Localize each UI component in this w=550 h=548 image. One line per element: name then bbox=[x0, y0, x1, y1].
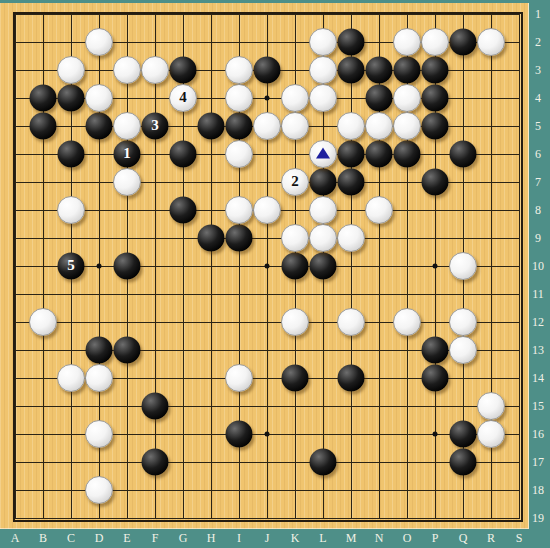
column-label: N bbox=[375, 532, 384, 544]
stone-white[interactable] bbox=[393, 112, 421, 140]
stone-white[interactable] bbox=[85, 84, 113, 112]
column-label: F bbox=[152, 532, 159, 544]
stone-black[interactable] bbox=[310, 253, 337, 280]
stone-black[interactable] bbox=[422, 337, 449, 364]
stone-white[interactable] bbox=[309, 84, 337, 112]
stone-black[interactable] bbox=[338, 365, 365, 392]
stone-white[interactable] bbox=[477, 392, 505, 420]
move-number-2: 2 bbox=[291, 174, 299, 189]
stone-white[interactable] bbox=[337, 112, 365, 140]
star-point bbox=[433, 264, 438, 269]
row-label: 15 bbox=[532, 400, 544, 412]
star-point bbox=[265, 96, 270, 101]
column-label: J bbox=[265, 532, 270, 544]
column-label: K bbox=[291, 532, 300, 544]
row-label: 1 bbox=[535, 8, 541, 20]
grid-vline bbox=[351, 14, 352, 519]
stone-black[interactable] bbox=[450, 29, 477, 56]
column-label: P bbox=[432, 532, 439, 544]
stone-black[interactable] bbox=[366, 57, 393, 84]
row-label: 16 bbox=[532, 428, 544, 440]
stone-black[interactable] bbox=[366, 85, 393, 112]
column-label: I bbox=[237, 532, 241, 544]
grid-hline bbox=[15, 322, 520, 323]
column-label: S bbox=[516, 532, 523, 544]
stone-black[interactable] bbox=[254, 57, 281, 84]
row-label: 17 bbox=[532, 456, 544, 468]
stone-black[interactable] bbox=[394, 57, 421, 84]
column-label: Q bbox=[459, 532, 468, 544]
stone-white[interactable] bbox=[337, 224, 365, 252]
row-label: 11 bbox=[532, 288, 544, 300]
stone-black[interactable] bbox=[142, 393, 169, 420]
stone-black[interactable] bbox=[86, 337, 113, 364]
stone-white[interactable] bbox=[253, 112, 281, 140]
stone-black[interactable] bbox=[198, 225, 225, 252]
stone-white[interactable] bbox=[29, 308, 57, 336]
stone-black[interactable] bbox=[142, 449, 169, 476]
row-label: 18 bbox=[532, 484, 544, 496]
stone-black[interactable] bbox=[30, 113, 57, 140]
stone-black[interactable] bbox=[338, 141, 365, 168]
row-label: 9 bbox=[535, 232, 541, 244]
stone-black[interactable] bbox=[422, 113, 449, 140]
column-label: R bbox=[487, 532, 495, 544]
stone-white[interactable] bbox=[85, 420, 113, 448]
star-point bbox=[97, 264, 102, 269]
stone-white[interactable] bbox=[225, 364, 253, 392]
stone-black[interactable] bbox=[366, 141, 393, 168]
stone-white[interactable] bbox=[393, 308, 421, 336]
stone-black[interactable] bbox=[58, 141, 85, 168]
stone-black[interactable] bbox=[394, 141, 421, 168]
stone-white[interactable] bbox=[281, 308, 309, 336]
stone-black[interactable] bbox=[338, 169, 365, 196]
stone-white[interactable] bbox=[365, 196, 393, 224]
stone-white[interactable] bbox=[309, 196, 337, 224]
stone-white[interactable] bbox=[365, 112, 393, 140]
stone-white[interactable] bbox=[393, 84, 421, 112]
stone-white[interactable] bbox=[449, 336, 477, 364]
star-point bbox=[433, 432, 438, 437]
stone-black[interactable] bbox=[310, 449, 337, 476]
row-label: 19 bbox=[532, 512, 544, 524]
move-number-3: 3 bbox=[151, 118, 159, 133]
stone-black[interactable] bbox=[450, 421, 477, 448]
row-label: 3 bbox=[535, 64, 541, 76]
stone-black[interactable] bbox=[338, 57, 365, 84]
column-label: B bbox=[39, 532, 47, 544]
stone-white[interactable] bbox=[85, 28, 113, 56]
column-label: E bbox=[123, 532, 130, 544]
column-label: C bbox=[67, 532, 75, 544]
row-label: 2 bbox=[535, 36, 541, 48]
stone-white[interactable] bbox=[449, 308, 477, 336]
stone-black[interactable] bbox=[422, 85, 449, 112]
stone-white[interactable] bbox=[85, 476, 113, 504]
row-label: 10 bbox=[532, 260, 544, 272]
grid-vline bbox=[519, 14, 520, 519]
stone-white[interactable] bbox=[225, 196, 253, 224]
column-label: O bbox=[403, 532, 412, 544]
stone-white[interactable] bbox=[449, 252, 477, 280]
stone-white[interactable] bbox=[477, 28, 505, 56]
row-label: 6 bbox=[535, 148, 541, 160]
stone-white[interactable] bbox=[281, 84, 309, 112]
stone-black[interactable] bbox=[422, 365, 449, 392]
stone-black[interactable] bbox=[422, 169, 449, 196]
stone-black[interactable] bbox=[282, 253, 309, 280]
row-label: 14 bbox=[532, 372, 544, 384]
stone-black[interactable] bbox=[226, 421, 253, 448]
stone-white[interactable] bbox=[225, 140, 253, 168]
stone-white[interactable] bbox=[57, 56, 85, 84]
triangle-marker bbox=[316, 148, 330, 159]
stone-black[interactable] bbox=[170, 141, 197, 168]
stone-white[interactable] bbox=[253, 196, 281, 224]
grid-hline bbox=[15, 518, 520, 519]
column-label: G bbox=[179, 532, 188, 544]
column-label: H bbox=[207, 532, 216, 544]
row-label: 12 bbox=[532, 316, 544, 328]
star-point bbox=[265, 264, 270, 269]
grid-hline bbox=[15, 462, 520, 463]
stone-white[interactable] bbox=[281, 224, 309, 252]
stone-black[interactable] bbox=[282, 365, 309, 392]
stone-white[interactable] bbox=[57, 196, 85, 224]
stone-white[interactable] bbox=[421, 28, 449, 56]
row-label: 5 bbox=[535, 120, 541, 132]
column-label: A bbox=[11, 532, 20, 544]
stone-black[interactable] bbox=[450, 449, 477, 476]
stone-black[interactable] bbox=[310, 169, 337, 196]
row-label: 4 bbox=[535, 92, 541, 104]
column-label: M bbox=[346, 532, 357, 544]
stone-black[interactable] bbox=[226, 113, 253, 140]
move-number-1: 1 bbox=[123, 146, 131, 161]
stone-white[interactable] bbox=[57, 364, 85, 392]
column-label: D bbox=[95, 532, 104, 544]
stone-black[interactable] bbox=[86, 113, 113, 140]
stone-white[interactable] bbox=[337, 308, 365, 336]
column-label: L bbox=[319, 532, 326, 544]
star-point bbox=[265, 432, 270, 437]
stone-white[interactable] bbox=[141, 56, 169, 84]
go-diagram: 12345 ABCDEFGHIJKLMNOPQRS123456789101112… bbox=[0, 0, 550, 548]
stone-white[interactable] bbox=[309, 224, 337, 252]
stone-white[interactable] bbox=[113, 56, 141, 84]
stone-black[interactable] bbox=[338, 29, 365, 56]
stone-black[interactable] bbox=[226, 225, 253, 252]
stone-black[interactable] bbox=[30, 85, 57, 112]
row-label: 7 bbox=[535, 176, 541, 188]
stone-black[interactable] bbox=[114, 253, 141, 280]
go-board[interactable]: 12345 bbox=[0, 3, 529, 529]
stone-black[interactable] bbox=[170, 197, 197, 224]
grid-hline bbox=[15, 406, 520, 407]
grid-hline bbox=[15, 294, 520, 295]
stone-white[interactable] bbox=[281, 112, 309, 140]
stone-white[interactable] bbox=[113, 112, 141, 140]
row-label: 13 bbox=[532, 344, 544, 356]
stone-white[interactable] bbox=[225, 56, 253, 84]
row-label: 8 bbox=[535, 204, 541, 216]
stone-black[interactable] bbox=[58, 85, 85, 112]
stone-white[interactable] bbox=[225, 84, 253, 112]
stone-white[interactable] bbox=[477, 420, 505, 448]
stone-black[interactable] bbox=[170, 57, 197, 84]
stone-white[interactable] bbox=[393, 28, 421, 56]
move-number-5: 5 bbox=[67, 258, 75, 273]
stone-black[interactable] bbox=[450, 141, 477, 168]
stone-black[interactable] bbox=[422, 57, 449, 84]
stone-black[interactable] bbox=[114, 337, 141, 364]
stone-white[interactable] bbox=[309, 28, 337, 56]
stone-black[interactable] bbox=[198, 113, 225, 140]
stone-white[interactable] bbox=[113, 168, 141, 196]
stone-white[interactable] bbox=[85, 364, 113, 392]
stone-white[interactable] bbox=[309, 56, 337, 84]
move-number-4: 4 bbox=[179, 90, 187, 105]
